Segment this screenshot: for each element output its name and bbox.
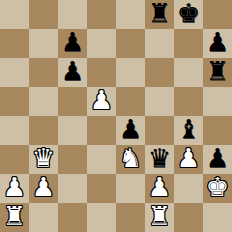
square-d3[interactable] bbox=[87, 145, 116, 174]
square-e7[interactable] bbox=[116, 29, 145, 58]
square-c7[interactable]: ♟ bbox=[58, 29, 87, 58]
piece-black-pawn-e4[interactable]: ♟ bbox=[119, 115, 142, 144]
square-g6[interactable] bbox=[174, 58, 203, 87]
square-c4[interactable] bbox=[58, 116, 87, 145]
square-f7[interactable] bbox=[145, 29, 174, 58]
square-h6[interactable]: ♜ bbox=[203, 58, 232, 87]
square-a8[interactable] bbox=[0, 0, 29, 29]
square-h8[interactable] bbox=[203, 0, 232, 29]
square-d2[interactable] bbox=[87, 174, 116, 203]
piece-white-knight-e3[interactable]: ♞ bbox=[119, 144, 142, 173]
square-c6[interactable]: ♟ bbox=[58, 58, 87, 87]
square-b2[interactable]: ♟ bbox=[29, 174, 58, 203]
square-c1[interactable] bbox=[58, 203, 87, 232]
piece-white-pawn-f2[interactable]: ♟ bbox=[148, 173, 171, 202]
square-f2[interactable]: ♟ bbox=[145, 174, 174, 203]
square-e8[interactable] bbox=[116, 0, 145, 29]
square-h2[interactable]: ♚ bbox=[203, 174, 232, 203]
piece-white-rook-a1[interactable]: ♜ bbox=[3, 202, 26, 231]
square-f5[interactable] bbox=[145, 87, 174, 116]
square-g5[interactable] bbox=[174, 87, 203, 116]
square-e1[interactable] bbox=[116, 203, 145, 232]
square-h7[interactable]: ♟ bbox=[203, 29, 232, 58]
square-c3[interactable] bbox=[58, 145, 87, 174]
piece-black-rook-h6[interactable]: ♜ bbox=[206, 57, 229, 86]
square-g1[interactable] bbox=[174, 203, 203, 232]
piece-black-pawn-c6[interactable]: ♟ bbox=[61, 57, 84, 86]
square-d1[interactable] bbox=[87, 203, 116, 232]
piece-white-rook-f1[interactable]: ♜ bbox=[148, 202, 171, 231]
square-g4[interactable]: ♝ bbox=[174, 116, 203, 145]
square-f3[interactable]: ♛ bbox=[145, 145, 174, 174]
square-g8[interactable]: ♚ bbox=[174, 0, 203, 29]
square-d4[interactable] bbox=[87, 116, 116, 145]
square-g7[interactable] bbox=[174, 29, 203, 58]
square-b7[interactable] bbox=[29, 29, 58, 58]
square-f6[interactable] bbox=[145, 58, 174, 87]
square-h4[interactable] bbox=[203, 116, 232, 145]
piece-black-rook-f8[interactable]: ♜ bbox=[148, 0, 171, 28]
square-a7[interactable] bbox=[0, 29, 29, 58]
square-c2[interactable] bbox=[58, 174, 87, 203]
square-h1[interactable] bbox=[203, 203, 232, 232]
square-e5[interactable] bbox=[116, 87, 145, 116]
piece-black-pawn-h7[interactable]: ♟ bbox=[206, 28, 229, 57]
piece-black-queen-f3[interactable]: ♛ bbox=[148, 144, 171, 173]
piece-white-king-h2[interactable]: ♚ bbox=[206, 173, 229, 202]
square-c5[interactable] bbox=[58, 87, 87, 116]
square-b3[interactable]: ♛ bbox=[29, 145, 58, 174]
square-a2[interactable]: ♟ bbox=[0, 174, 29, 203]
square-a6[interactable] bbox=[0, 58, 29, 87]
square-h3[interactable]: ♟ bbox=[203, 145, 232, 174]
square-c8[interactable] bbox=[58, 0, 87, 29]
piece-black-pawn-c7[interactable]: ♟ bbox=[61, 28, 84, 57]
square-g3[interactable]: ♟ bbox=[174, 145, 203, 174]
square-d6[interactable] bbox=[87, 58, 116, 87]
square-e6[interactable] bbox=[116, 58, 145, 87]
piece-white-pawn-g3[interactable]: ♟ bbox=[177, 144, 200, 173]
piece-white-pawn-d5[interactable]: ♟ bbox=[90, 86, 113, 115]
square-a1[interactable]: ♜ bbox=[0, 203, 29, 232]
square-e4[interactable]: ♟ bbox=[116, 116, 145, 145]
square-g2[interactable] bbox=[174, 174, 203, 203]
square-a5[interactable] bbox=[0, 87, 29, 116]
square-b8[interactable] bbox=[29, 0, 58, 29]
square-d7[interactable] bbox=[87, 29, 116, 58]
square-f4[interactable] bbox=[145, 116, 174, 145]
square-a4[interactable] bbox=[0, 116, 29, 145]
piece-white-pawn-a2[interactable]: ♟ bbox=[3, 173, 26, 202]
square-b1[interactable] bbox=[29, 203, 58, 232]
square-h5[interactable] bbox=[203, 87, 232, 116]
piece-white-pawn-b2[interactable]: ♟ bbox=[32, 173, 55, 202]
piece-black-bishop-g4[interactable]: ♝ bbox=[177, 115, 200, 144]
square-d8[interactable] bbox=[87, 0, 116, 29]
square-b5[interactable] bbox=[29, 87, 58, 116]
square-e3[interactable]: ♞ bbox=[116, 145, 145, 174]
square-d5[interactable]: ♟ bbox=[87, 87, 116, 116]
piece-black-pawn-h3[interactable]: ♟ bbox=[206, 144, 229, 173]
square-e2[interactable] bbox=[116, 174, 145, 203]
piece-black-king-g8[interactable]: ♚ bbox=[177, 0, 200, 28]
square-b6[interactable] bbox=[29, 58, 58, 87]
piece-white-queen-b3[interactable]: ♛ bbox=[32, 144, 55, 173]
square-f8[interactable]: ♜ bbox=[145, 0, 174, 29]
square-a3[interactable] bbox=[0, 145, 29, 174]
chess-board: ♜♚♟♟♟♜♟♟♝♛♞♛♟♟♟♟♟♚♜♜ bbox=[0, 0, 232, 232]
square-b4[interactable] bbox=[29, 116, 58, 145]
square-f1[interactable]: ♜ bbox=[145, 203, 174, 232]
